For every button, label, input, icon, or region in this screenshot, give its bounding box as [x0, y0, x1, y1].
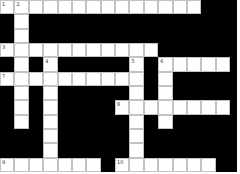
black-cell	[173, 72, 187, 86]
answer-cell[interactable]	[58, 0, 72, 14]
answer-cell[interactable]	[29, 158, 43, 172]
answer-cell[interactable]	[216, 57, 230, 71]
black-cell	[29, 115, 43, 129]
black-cell	[187, 29, 201, 43]
answer-cell[interactable]	[201, 158, 215, 172]
clue-number: 7	[2, 73, 5, 79]
black-cell	[101, 143, 115, 157]
answer-cell[interactable]	[14, 14, 28, 28]
answer-cell[interactable]	[173, 158, 187, 172]
answer-cell[interactable]	[187, 158, 201, 172]
black-cell	[201, 129, 215, 143]
answer-cell[interactable]	[29, 0, 43, 14]
black-cell	[173, 143, 187, 157]
black-cell	[115, 143, 129, 157]
answer-cell[interactable]	[144, 43, 158, 57]
black-cell	[144, 57, 158, 71]
answer-cell[interactable]	[72, 0, 86, 14]
black-cell	[201, 14, 215, 28]
black-cell	[158, 43, 172, 57]
black-cell	[187, 72, 201, 86]
black-cell	[29, 129, 43, 143]
answer-cell[interactable]	[187, 57, 201, 71]
answer-cell[interactable]	[129, 100, 143, 114]
answer-cell[interactable]	[43, 143, 57, 157]
black-cell	[173, 129, 187, 143]
answer-cell[interactable]	[14, 115, 28, 129]
answer-cell[interactable]	[101, 72, 115, 86]
black-cell	[101, 57, 115, 71]
answer-cell[interactable]: 9	[0, 158, 14, 172]
black-cell	[144, 29, 158, 43]
black-cell	[43, 29, 57, 43]
black-cell	[187, 129, 201, 143]
black-cell	[158, 143, 172, 157]
answer-cell[interactable]	[201, 57, 215, 71]
black-cell	[72, 14, 86, 28]
black-cell	[201, 86, 215, 100]
black-cell	[216, 115, 230, 129]
answer-cell[interactable]	[158, 0, 172, 14]
answer-cell[interactable]	[58, 72, 72, 86]
answer-cell[interactable]	[144, 0, 158, 14]
answer-cell[interactable]	[158, 115, 172, 129]
black-cell	[0, 57, 14, 71]
answer-cell[interactable]	[216, 100, 230, 114]
answer-cell[interactable]	[72, 158, 86, 172]
black-cell	[86, 129, 100, 143]
answer-cell[interactable]: 1	[0, 0, 14, 14]
answer-cell[interactable]	[14, 43, 28, 57]
answer-cell[interactable]	[58, 43, 72, 57]
black-cell	[187, 43, 201, 57]
black-cell	[216, 143, 230, 157]
answer-cell[interactable]	[129, 143, 143, 157]
black-cell	[0, 86, 14, 100]
answer-cell[interactable]: 8	[115, 100, 129, 114]
black-cell	[86, 115, 100, 129]
black-cell	[72, 29, 86, 43]
black-cell	[216, 29, 230, 43]
answer-cell[interactable]	[86, 43, 100, 57]
answer-cell[interactable]	[115, 0, 129, 14]
black-cell	[101, 86, 115, 100]
black-cell	[72, 129, 86, 143]
black-cell	[14, 143, 28, 157]
black-cell	[86, 86, 100, 100]
black-cell	[158, 14, 172, 28]
answer-cell[interactable]	[43, 72, 57, 86]
answer-cell[interactable]	[173, 0, 187, 14]
black-cell	[101, 100, 115, 114]
answer-cell[interactable]: 2	[14, 0, 28, 14]
black-cell	[0, 14, 14, 28]
black-cell	[101, 115, 115, 129]
black-cell	[187, 86, 201, 100]
black-cell	[216, 129, 230, 143]
black-cell	[58, 86, 72, 100]
answer-cell[interactable]	[101, 0, 115, 14]
black-cell	[58, 129, 72, 143]
black-cell	[29, 143, 43, 157]
answer-cell[interactable]	[43, 158, 57, 172]
answer-cell[interactable]	[129, 129, 143, 143]
answer-cell[interactable]	[29, 43, 43, 57]
black-cell	[187, 115, 201, 129]
answer-cell[interactable]	[129, 43, 143, 57]
black-cell	[201, 0, 215, 14]
answer-cell[interactable]	[129, 86, 143, 100]
answer-cell[interactable]	[43, 129, 57, 143]
black-cell	[201, 115, 215, 129]
answer-cell[interactable]: 5	[129, 57, 143, 71]
answer-cell[interactable]	[144, 158, 158, 172]
black-cell	[115, 14, 129, 28]
black-cell	[144, 14, 158, 28]
clue-number: 8	[117, 101, 120, 107]
answer-cell[interactable]	[115, 72, 129, 86]
black-cell	[216, 72, 230, 86]
black-cell	[72, 100, 86, 114]
black-cell	[0, 115, 14, 129]
answer-cell[interactable]: 3	[0, 43, 14, 57]
black-cell	[115, 29, 129, 43]
black-cell	[72, 57, 86, 71]
answer-cell[interactable]	[14, 158, 28, 172]
black-cell	[173, 29, 187, 43]
answer-cell[interactable]	[14, 29, 28, 43]
black-cell	[187, 14, 201, 28]
black-cell	[0, 100, 14, 114]
black-cell	[129, 29, 143, 43]
black-cell	[115, 57, 129, 71]
black-cell	[0, 29, 14, 43]
clue-number: 9	[2, 159, 5, 165]
answer-cell[interactable]	[173, 100, 187, 114]
answer-cell[interactable]	[173, 57, 187, 71]
answer-cell[interactable]	[86, 72, 100, 86]
answer-cell[interactable]	[43, 115, 57, 129]
answer-cell[interactable]	[129, 115, 143, 129]
black-cell	[201, 29, 215, 43]
black-cell	[216, 43, 230, 57]
black-cell	[144, 143, 158, 157]
black-cell	[58, 100, 72, 114]
answer-cell[interactable]	[115, 43, 129, 57]
black-cell	[115, 115, 129, 129]
answer-cell[interactable]	[43, 43, 57, 57]
black-cell	[144, 72, 158, 86]
black-cell	[29, 14, 43, 28]
answer-cell[interactable]	[72, 43, 86, 57]
black-cell	[216, 158, 230, 172]
black-cell	[86, 14, 100, 28]
black-cell	[72, 115, 86, 129]
answer-cell[interactable]	[158, 86, 172, 100]
answer-cell[interactable]	[14, 57, 28, 71]
answer-cell[interactable]	[158, 72, 172, 86]
clue-number: 5	[131, 58, 134, 64]
black-cell	[144, 86, 158, 100]
clue-number: 4	[45, 58, 48, 64]
black-cell	[115, 129, 129, 143]
black-cell	[101, 158, 115, 172]
clue-number: 6	[160, 58, 163, 64]
black-cell	[216, 14, 230, 28]
black-cell	[29, 57, 43, 71]
black-cell	[173, 86, 187, 100]
black-cell	[86, 57, 100, 71]
black-cell	[216, 0, 230, 14]
black-cell	[58, 57, 72, 71]
answer-cell[interactable]	[129, 72, 143, 86]
answer-cell[interactable]	[144, 100, 158, 114]
answer-cell[interactable]	[158, 158, 172, 172]
black-cell	[58, 115, 72, 129]
crossword-board: 12345678910	[0, 0, 237, 172]
answer-cell[interactable]	[43, 0, 57, 14]
black-cell	[29, 29, 43, 43]
black-cell	[144, 115, 158, 129]
answer-cell[interactable]	[14, 100, 28, 114]
black-cell	[0, 143, 14, 157]
clue-number: 2	[16, 1, 19, 7]
black-cell	[173, 115, 187, 129]
answer-cell[interactable]	[43, 100, 57, 114]
answer-cell[interactable]: 4	[43, 57, 57, 71]
clue-number: 3	[2, 44, 5, 50]
black-cell	[201, 143, 215, 157]
black-cell	[101, 14, 115, 28]
black-cell	[72, 143, 86, 157]
answer-cell[interactable]	[58, 158, 72, 172]
answer-cell[interactable]: 6	[158, 57, 172, 71]
black-cell	[101, 129, 115, 143]
black-cell	[29, 86, 43, 100]
answer-cell[interactable]: 7	[0, 72, 14, 86]
answer-cell[interactable]	[14, 86, 28, 100]
answer-cell[interactable]	[201, 100, 215, 114]
black-cell	[201, 72, 215, 86]
answer-cell[interactable]	[86, 0, 100, 14]
black-cell	[86, 100, 100, 114]
answer-cell[interactable]	[129, 0, 143, 14]
black-cell	[158, 29, 172, 43]
black-cell	[72, 86, 86, 100]
black-cell	[187, 143, 201, 157]
black-cell	[29, 100, 43, 114]
answer-cell[interactable]	[72, 72, 86, 86]
black-cell	[115, 86, 129, 100]
answer-cell[interactable]	[129, 158, 143, 172]
black-cell	[58, 14, 72, 28]
black-cell	[58, 143, 72, 157]
answer-cell[interactable]	[86, 158, 100, 172]
answer-cell[interactable]	[43, 86, 57, 100]
clue-number: 1	[2, 1, 5, 7]
black-cell	[86, 143, 100, 157]
black-cell	[144, 129, 158, 143]
black-cell	[14, 129, 28, 143]
black-cell	[158, 129, 172, 143]
black-cell	[173, 14, 187, 28]
black-cell	[101, 29, 115, 43]
answer-cell[interactable]	[14, 72, 28, 86]
answer-cell[interactable]	[187, 0, 201, 14]
black-cell	[0, 129, 14, 143]
black-cell	[129, 14, 143, 28]
answer-cell[interactable]	[29, 72, 43, 86]
black-cell	[86, 29, 100, 43]
answer-cell[interactable]	[187, 100, 201, 114]
answer-cell[interactable]	[101, 43, 115, 57]
clue-number: 10	[117, 159, 123, 165]
black-cell	[173, 43, 187, 57]
answer-cell[interactable]	[158, 100, 172, 114]
answer-cell[interactable]: 10	[115, 158, 129, 172]
black-cell	[58, 29, 72, 43]
crossword-page: 12345678910	[0, 0, 240, 174]
black-cell	[201, 43, 215, 57]
black-cell	[43, 14, 57, 28]
black-cell	[216, 86, 230, 100]
